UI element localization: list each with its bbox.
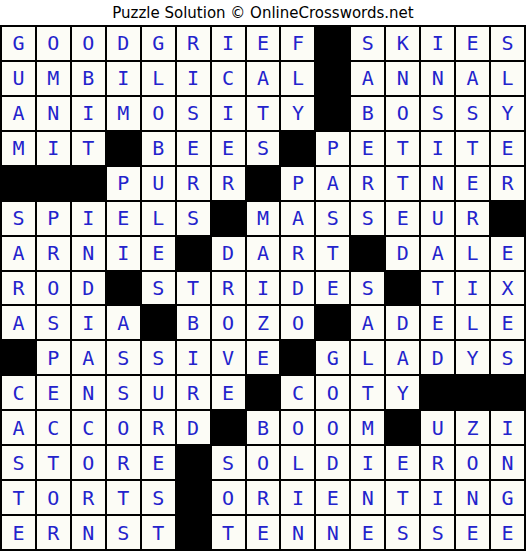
grid-cell: D: [72, 272, 105, 305]
grid-cell: I: [421, 481, 454, 514]
grid-cell: S: [247, 132, 280, 165]
grid-cell: I: [456, 272, 489, 305]
grid-cell: I: [72, 202, 105, 235]
grid-cell: A: [2, 97, 35, 130]
grid-cell: U: [142, 167, 175, 200]
grid-cell: X: [491, 272, 524, 305]
grid-cell: S: [491, 341, 524, 374]
grid-cell: R: [177, 167, 210, 200]
grid-cell: N: [72, 376, 105, 409]
black-cell: [456, 376, 489, 409]
grid-cell: I: [281, 481, 314, 514]
grid-cell: E: [491, 516, 524, 549]
grid-cell: O: [247, 446, 280, 479]
grid-cell: Z: [247, 306, 280, 339]
grid-cell: C: [72, 411, 105, 444]
grid-cell: R: [142, 411, 175, 444]
grid-cell: E: [351, 516, 384, 549]
grid-cell: S: [351, 27, 384, 60]
grid-cell: I: [247, 272, 280, 305]
black-cell: [177, 446, 210, 479]
grid-cell: O: [281, 306, 314, 339]
black-cell: [177, 481, 210, 514]
grid-cell: T: [386, 481, 419, 514]
grid-cell: Y: [491, 97, 524, 130]
black-cell: [316, 62, 349, 95]
grid-cell: C: [281, 376, 314, 409]
grid-cell: D: [281, 272, 314, 305]
grid-cell: T: [142, 516, 175, 549]
grid-cell: G: [491, 481, 524, 514]
grid-cell: F: [281, 27, 314, 60]
grid-cell: E: [316, 272, 349, 305]
grid-cell: L: [142, 202, 175, 235]
grid-cell: S: [107, 376, 140, 409]
grid-cell: I: [491, 411, 524, 444]
grid-cell: B: [177, 306, 210, 339]
black-cell: [281, 132, 314, 165]
grid-cell: A: [386, 341, 419, 374]
grid-cell: E: [351, 132, 384, 165]
grid-cell: A: [281, 202, 314, 235]
black-cell: [316, 306, 349, 339]
page-title: Puzzle Solution © OnlineCrosswords.net: [0, 0, 526, 25]
grid-cell: O: [142, 97, 175, 130]
grid-cell: E: [386, 202, 419, 235]
grid-cell: R: [177, 27, 210, 60]
grid-cell: P: [37, 341, 70, 374]
grid-cell: L: [351, 341, 384, 374]
grid-cell: A: [421, 237, 454, 270]
grid-cell: E: [247, 341, 280, 374]
grid-cell: M: [37, 62, 70, 95]
grid-cell: S: [212, 446, 245, 479]
grid-cell: I: [107, 237, 140, 270]
black-cell: [281, 341, 314, 374]
grid-cell: E: [2, 516, 35, 549]
grid-cell: Y: [281, 97, 314, 130]
grid-cell: G: [142, 27, 175, 60]
grid-cell: S: [316, 202, 349, 235]
grid-cell: O: [316, 376, 349, 409]
grid-cell: P: [281, 167, 314, 200]
grid-cell: S: [107, 516, 140, 549]
grid-cell: E: [491, 237, 524, 270]
grid-cell: E: [107, 202, 140, 235]
grid-cell: P: [37, 202, 70, 235]
grid-cell: E: [247, 27, 280, 60]
grid-cell: E: [142, 237, 175, 270]
grid-cell: D: [316, 446, 349, 479]
grid-cell: C: [37, 411, 70, 444]
grid-cell: C: [2, 376, 35, 409]
grid-cell: S: [351, 202, 384, 235]
grid-cell: C: [212, 62, 245, 95]
grid-cell: N: [37, 97, 70, 130]
grid-cell: E: [386, 446, 419, 479]
black-cell: [37, 167, 70, 200]
grid-cell: A: [456, 62, 489, 95]
grid-cell: I: [351, 446, 384, 479]
black-cell: [107, 272, 140, 305]
grid-cell: R: [212, 272, 245, 305]
grid-cell: R: [247, 481, 280, 514]
grid-cell: R: [491, 167, 524, 200]
grid-cell: P: [107, 167, 140, 200]
grid-cell: B: [142, 132, 175, 165]
grid-cell: T: [2, 481, 35, 514]
grid-cell: B: [351, 97, 384, 130]
grid-cell: L: [456, 306, 489, 339]
grid-cell: Y: [456, 341, 489, 374]
grid-cell: O: [212, 481, 245, 514]
grid-cell: G: [2, 27, 35, 60]
grid-cell: O: [386, 97, 419, 130]
grid-cell: S: [107, 341, 140, 374]
grid-cell: T: [351, 376, 384, 409]
grid-cell: E: [421, 306, 454, 339]
grid-cell: D: [177, 411, 210, 444]
grid-cell: T: [456, 132, 489, 165]
grid-cell: R: [456, 202, 489, 235]
grid-cell: R: [72, 481, 105, 514]
grid-cell: A: [316, 167, 349, 200]
grid-cell: O: [456, 446, 489, 479]
grid-cell: D: [386, 306, 419, 339]
grid-cell: O: [316, 411, 349, 444]
grid-cell: O: [37, 272, 70, 305]
grid-cell: S: [491, 27, 524, 60]
grid-cell: O: [281, 411, 314, 444]
grid-cell: L: [456, 237, 489, 270]
grid-cell: S: [142, 272, 175, 305]
grid-cell: E: [456, 516, 489, 549]
puzzle-solution-page: Puzzle Solution © OnlineCrosswords.net G…: [0, 0, 526, 551]
grid-cell: N: [386, 62, 419, 95]
black-cell: [316, 27, 349, 60]
grid-cell: R: [37, 516, 70, 549]
grid-cell: A: [351, 306, 384, 339]
grid-cell: I: [177, 341, 210, 374]
grid-cell: R: [281, 237, 314, 270]
grid-cell: P: [316, 132, 349, 165]
grid-cell: E: [456, 27, 489, 60]
grid-cell: O: [212, 306, 245, 339]
black-cell: [177, 516, 210, 549]
grid-cell: A: [247, 237, 280, 270]
grid-cell: L: [281, 62, 314, 95]
black-cell: [247, 376, 280, 409]
grid-cell: A: [2, 237, 35, 270]
grid-cell: S: [351, 272, 384, 305]
black-cell: [351, 237, 384, 270]
grid-cell: O: [72, 446, 105, 479]
grid-cell: S: [2, 446, 35, 479]
grid-cell: D: [107, 27, 140, 60]
grid-cell: T: [107, 481, 140, 514]
grid-cell: T: [212, 516, 245, 549]
grid-cell: A: [2, 306, 35, 339]
grid-cell: A: [72, 341, 105, 374]
grid-cell: N: [456, 481, 489, 514]
grid-cell: E: [316, 481, 349, 514]
grid-cell: Y: [386, 376, 419, 409]
grid-cell: T: [386, 132, 419, 165]
grid-cell: T: [177, 272, 210, 305]
grid-cell: S: [142, 341, 175, 374]
grid-cell: L: [281, 446, 314, 479]
grid-cell: A: [2, 411, 35, 444]
grid-cell: O: [37, 481, 70, 514]
grid-cell: Z: [456, 411, 489, 444]
black-cell: [2, 341, 35, 374]
black-cell: [247, 167, 280, 200]
grid-cell: L: [491, 62, 524, 95]
grid-cell: N: [421, 62, 454, 95]
grid-cell: R: [421, 446, 454, 479]
grid-cell: O: [107, 411, 140, 444]
grid-cell: B: [247, 411, 280, 444]
grid-cell: E: [142, 446, 175, 479]
grid-cell: S: [421, 97, 454, 130]
grid-cell: A: [247, 62, 280, 95]
grid-cell: N: [351, 481, 384, 514]
grid-cell: S: [2, 202, 35, 235]
grid-cell: I: [107, 62, 140, 95]
grid-cell: U: [2, 62, 35, 95]
grid-cell: B: [72, 62, 105, 95]
grid-cell: D: [421, 341, 454, 374]
black-cell: [491, 376, 524, 409]
grid-cell: R: [351, 167, 384, 200]
grid-cell: S: [37, 306, 70, 339]
grid-cell: N: [491, 446, 524, 479]
grid-cell: S: [142, 481, 175, 514]
grid-cell: T: [37, 446, 70, 479]
grid-cell: I: [72, 306, 105, 339]
grid-cell: U: [421, 411, 454, 444]
grid-cell: S: [177, 202, 210, 235]
grid-cell: A: [107, 306, 140, 339]
black-cell: [107, 132, 140, 165]
grid-cell: O: [72, 27, 105, 60]
crossword-grid: GOODGRIEFSKIESUMBILICALANNALANIMOSITYBOS…: [0, 25, 526, 551]
grid-cell: I: [177, 62, 210, 95]
black-cell: [177, 237, 210, 270]
grid-cell: E: [212, 132, 245, 165]
grid-cell: R: [177, 376, 210, 409]
grid-cell: N: [72, 237, 105, 270]
black-cell: [2, 167, 35, 200]
grid-cell: T: [421, 272, 454, 305]
grid-cell: S: [386, 516, 419, 549]
grid-cell: I: [421, 27, 454, 60]
grid-cell: I: [212, 27, 245, 60]
grid-cell: E: [177, 132, 210, 165]
grid-cell: I: [37, 132, 70, 165]
grid-cell: M: [247, 202, 280, 235]
black-cell: [386, 272, 419, 305]
grid-cell: R: [37, 237, 70, 270]
grid-cell: M: [107, 97, 140, 130]
grid-cell: I: [72, 97, 105, 130]
grid-cell: R: [107, 446, 140, 479]
grid-cell: E: [491, 132, 524, 165]
grid-cell: N: [281, 516, 314, 549]
grid-cell: N: [72, 516, 105, 549]
grid-cell: I: [212, 97, 245, 130]
grid-cell: M: [351, 411, 384, 444]
black-cell: [212, 411, 245, 444]
grid-cell: E: [491, 306, 524, 339]
black-cell: [142, 306, 175, 339]
grid-cell: I: [421, 132, 454, 165]
grid-cell: U: [421, 202, 454, 235]
grid-cell: E: [212, 376, 245, 409]
grid-cell: N: [421, 167, 454, 200]
grid-cell: G: [316, 341, 349, 374]
grid-cell: S: [177, 97, 210, 130]
grid-cell: O: [37, 27, 70, 60]
grid-cell: R: [212, 167, 245, 200]
grid-cell: T: [316, 237, 349, 270]
grid-cell: K: [386, 27, 419, 60]
grid-cell: A: [351, 62, 384, 95]
grid-cell: E: [37, 376, 70, 409]
grid-cell: N: [316, 516, 349, 549]
grid-cell: E: [247, 516, 280, 549]
black-cell: [212, 202, 245, 235]
grid-cell: S: [456, 97, 489, 130]
grid-cell: E: [456, 167, 489, 200]
grid-cell: U: [142, 376, 175, 409]
black-cell: [386, 411, 419, 444]
grid-cell: T: [72, 132, 105, 165]
grid-cell: V: [212, 341, 245, 374]
grid-cell: L: [142, 62, 175, 95]
black-cell: [316, 97, 349, 130]
black-cell: [491, 202, 524, 235]
black-cell: [72, 167, 105, 200]
grid-cell: D: [386, 237, 419, 270]
black-cell: [421, 376, 454, 409]
grid-cell: T: [386, 167, 419, 200]
grid-cell: D: [212, 237, 245, 270]
grid-cell: R: [2, 272, 35, 305]
grid-cell: T: [247, 97, 280, 130]
grid-cell: M: [2, 132, 35, 165]
grid-cell: S: [421, 516, 454, 549]
